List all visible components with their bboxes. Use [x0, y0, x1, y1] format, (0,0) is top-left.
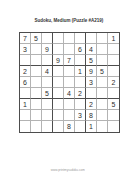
cell-r4c8: 5 — [97, 66, 108, 77]
cell-r1c5 — [64, 33, 75, 44]
cell-r9c1 — [20, 121, 31, 132]
cell-r7c7: 2 — [86, 99, 97, 110]
cell-r6c3: 5 — [42, 88, 53, 99]
cell-r1c2: 5 — [31, 33, 42, 44]
cell-r3c3 — [42, 55, 53, 66]
cell-r2c8 — [97, 44, 108, 55]
cell-r7c8 — [97, 99, 108, 110]
cell-r9c3 — [42, 121, 53, 132]
cell-r5c1: 6 — [20, 77, 31, 88]
cell-r8c2 — [31, 110, 42, 121]
cell-r9c9 — [108, 121, 119, 132]
cell-r6c4 — [53, 88, 64, 99]
cell-r5c9: 2 — [108, 77, 119, 88]
cell-r3c2 — [31, 55, 42, 66]
cell-r2c2 — [31, 44, 42, 55]
cell-r2c4 — [53, 44, 64, 55]
cell-r4c2 — [31, 66, 42, 77]
cell-r1c9: 1 — [108, 33, 119, 44]
sudoku-board: 7513964975241956325421253881 — [19, 32, 120, 133]
cell-r1c7 — [86, 33, 97, 44]
cell-r1c1: 7 — [20, 33, 31, 44]
cell-r2c1: 3 — [20, 44, 31, 55]
cell-r2c3: 9 — [42, 44, 53, 55]
page-title: Sudoku, Medium (Puzzle #A219) — [34, 18, 103, 23]
cell-r3c7: 5 — [86, 55, 97, 66]
cell-r7c6 — [75, 99, 86, 110]
cell-r3c1 — [20, 55, 31, 66]
cell-r5c7: 3 — [86, 77, 97, 88]
cell-r4c5 — [64, 66, 75, 77]
cell-r7c1: 1 — [20, 99, 31, 110]
cell-r9c7: 1 — [86, 121, 97, 132]
cell-r8c4 — [53, 110, 64, 121]
cell-r3c8 — [97, 55, 108, 66]
cell-r6c7 — [86, 88, 97, 99]
cell-r5c2 — [31, 77, 42, 88]
cell-r9c6 — [75, 121, 86, 132]
cell-r5c3 — [42, 77, 53, 88]
cell-r5c4 — [53, 77, 64, 88]
cell-r2c9 — [108, 44, 119, 55]
cell-r3c4: 9 — [53, 55, 64, 66]
cell-r4c7: 9 — [86, 66, 97, 77]
cell-r4c4 — [53, 66, 64, 77]
cell-r5c6 — [75, 77, 86, 88]
cell-r6c6: 2 — [75, 88, 86, 99]
cell-r4c1: 2 — [20, 66, 31, 77]
cell-r8c6: 3 — [75, 110, 86, 121]
cell-r7c4 — [53, 99, 64, 110]
cell-r1c6 — [75, 33, 86, 44]
cell-r9c4 — [53, 121, 64, 132]
cell-r9c5: 8 — [64, 121, 75, 132]
footer-url: www.printmysudoku.com — [51, 168, 85, 171]
page-footer: www.printmysudoku.com — [0, 162, 136, 176]
cell-r2c5 — [64, 44, 75, 55]
cell-r4c6: 1 — [75, 66, 86, 77]
cell-r8c9 — [108, 110, 119, 121]
cell-r1c4 — [53, 33, 64, 44]
cell-r8c5 — [64, 110, 75, 121]
cell-r8c1 — [20, 110, 31, 121]
cell-r4c9 — [108, 66, 119, 77]
cell-r8c8 — [97, 110, 108, 121]
cell-r1c8 — [97, 33, 108, 44]
cell-r5c8 — [97, 77, 108, 88]
cell-r2c7: 4 — [86, 44, 97, 55]
cell-r7c9: 5 — [108, 99, 119, 110]
cell-r6c8 — [97, 88, 108, 99]
cell-r5c5 — [64, 77, 75, 88]
cell-r7c3 — [42, 99, 53, 110]
cell-r6c5: 4 — [64, 88, 75, 99]
cell-r6c9 — [108, 88, 119, 99]
cell-r2c6: 6 — [75, 44, 86, 55]
cell-r8c3 — [42, 110, 53, 121]
cell-r7c5 — [64, 99, 75, 110]
page-header: Sudoku, Medium (Puzzle #A219) — [0, 12, 136, 30]
cell-r3c5: 7 — [64, 55, 75, 66]
cell-r6c1 — [20, 88, 31, 99]
cell-r4c3: 4 — [42, 66, 53, 77]
cell-r3c6 — [75, 55, 86, 66]
puzzle-page: Sudoku, Medium (Puzzle #A219) 7513964975… — [0, 0, 136, 176]
cell-r9c2 — [31, 121, 42, 132]
cell-r9c8 — [97, 121, 108, 132]
cell-r8c7: 8 — [86, 110, 97, 121]
cell-r6c2 — [31, 88, 42, 99]
cell-r7c2 — [31, 99, 42, 110]
cell-r3c9 — [108, 55, 119, 66]
cell-r1c3 — [42, 33, 53, 44]
